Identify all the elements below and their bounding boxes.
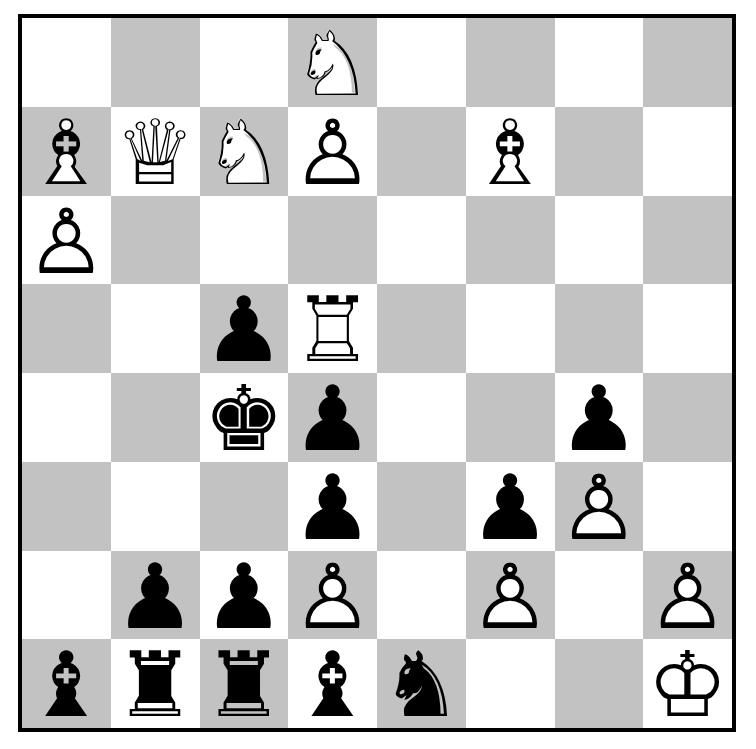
square-b8[interactable] [111, 18, 200, 107]
square-c2[interactable]: ♟ [200, 551, 289, 640]
black-rook-icon: ♜ [204, 640, 285, 730]
square-h2[interactable]: ♟♙ [643, 551, 732, 640]
square-f5[interactable] [466, 284, 555, 373]
white-pawn-icon: ♙ [292, 108, 373, 198]
black-pawn-c2: ♟ [200, 551, 289, 640]
square-h7[interactable] [643, 107, 732, 196]
square-a6[interactable]: ♟♙ [22, 196, 111, 285]
black-bishop-d1: ♝ [288, 639, 377, 728]
white-king-icon: ♔ [647, 640, 728, 730]
black-pawn-icon: ♟ [559, 374, 640, 464]
white-queen-icon: ♕ [115, 108, 196, 198]
white-king-fill: ♚ [647, 640, 728, 730]
white-pawn-icon: ♙ [26, 197, 107, 287]
square-e7[interactable] [377, 107, 466, 196]
square-a4[interactable] [22, 373, 111, 462]
black-bishop-icon: ♝ [292, 640, 373, 730]
black-bishop-a1: ♝ [22, 639, 111, 728]
square-f1[interactable] [466, 639, 555, 728]
white-rook-d5: ♜♖ [288, 284, 377, 373]
white-pawn-fill: ♟ [647, 552, 728, 642]
white-pawn-h2: ♟♙ [643, 551, 732, 640]
square-e3[interactable] [377, 462, 466, 551]
black-pawn-icon: ♟ [204, 285, 285, 375]
square-e8[interactable] [377, 18, 466, 107]
white-pawn-d7: ♟♙ [288, 107, 377, 196]
square-e5[interactable] [377, 284, 466, 373]
white-bishop-icon: ♗ [26, 108, 107, 198]
white-pawn-g3: ♟♙ [555, 462, 644, 551]
white-knight-d8: ♞♘ [288, 18, 377, 107]
square-a3[interactable] [22, 462, 111, 551]
white-pawn-a6: ♟♙ [22, 196, 111, 285]
white-king-h1: ♚♔ [643, 639, 732, 728]
square-d5[interactable]: ♜♖ [288, 284, 377, 373]
square-h4[interactable] [643, 373, 732, 462]
square-d7[interactable]: ♟♙ [288, 107, 377, 196]
white-rook-fill: ♜ [292, 285, 373, 375]
square-g4[interactable]: ♟ [555, 373, 644, 462]
square-g5[interactable] [555, 284, 644, 373]
square-d4[interactable]: ♟ [288, 373, 377, 462]
white-queen-b7: ♛♕ [111, 107, 200, 196]
square-e1[interactable]: ♞ [377, 639, 466, 728]
black-pawn-f3: ♟ [466, 462, 555, 551]
square-c8[interactable] [200, 18, 289, 107]
square-e2[interactable] [377, 551, 466, 640]
black-king-c4: ♚ [200, 373, 289, 462]
white-knight-fill: ♞ [204, 108, 285, 198]
black-pawn-b2: ♟ [111, 551, 200, 640]
black-bishop-icon: ♝ [26, 640, 107, 730]
black-pawn-g4: ♟ [555, 373, 644, 462]
white-pawn-icon: ♙ [470, 552, 551, 642]
square-b3[interactable] [111, 462, 200, 551]
square-g3[interactable]: ♟♙ [555, 462, 644, 551]
square-a7[interactable]: ♝♗ [22, 107, 111, 196]
black-pawn-icon: ♟ [292, 374, 373, 464]
white-bishop-fill: ♝ [470, 108, 551, 198]
square-a2[interactable] [22, 551, 111, 640]
white-knight-c7: ♞♘ [200, 107, 289, 196]
square-g6[interactable] [555, 196, 644, 285]
square-f4[interactable] [466, 373, 555, 462]
square-h3[interactable] [643, 462, 732, 551]
square-f8[interactable] [466, 18, 555, 107]
black-king-icon: ♚ [204, 374, 285, 464]
black-rook-icon: ♜ [115, 640, 196, 730]
black-knight-e1: ♞ [377, 639, 466, 728]
white-pawn-icon: ♙ [292, 552, 373, 642]
white-pawn-icon: ♙ [559, 463, 640, 553]
square-b4[interactable] [111, 373, 200, 462]
square-d6[interactable] [288, 196, 377, 285]
square-d2[interactable]: ♟♙ [288, 551, 377, 640]
square-a1[interactable]: ♝ [22, 639, 111, 728]
white-pawn-fill: ♟ [559, 463, 640, 553]
chess-board: ♞♘♝♗♛♕♞♘♟♙♝♗♟♙♟♜♖♚♟♟♟♟♟♙♟♟♟♙♟♙♟♙♝♜♜♝♞♚♔ [18, 14, 736, 732]
white-pawn-fill: ♟ [26, 197, 107, 287]
square-h8[interactable] [643, 18, 732, 107]
square-c3[interactable] [200, 462, 289, 551]
square-g8[interactable] [555, 18, 644, 107]
black-pawn-c5: ♟ [200, 284, 289, 373]
white-pawn-fill: ♟ [470, 552, 551, 642]
square-c1[interactable]: ♜ [200, 639, 289, 728]
square-b1[interactable]: ♜ [111, 639, 200, 728]
square-c4[interactable]: ♚ [200, 373, 289, 462]
square-d8[interactable]: ♞♘ [288, 18, 377, 107]
black-pawn-icon: ♟ [115, 552, 196, 642]
white-knight-fill: ♞ [292, 19, 373, 109]
white-bishop-icon: ♗ [470, 108, 551, 198]
square-f7[interactable]: ♝♗ [466, 107, 555, 196]
black-rook-c1: ♜ [200, 639, 289, 728]
white-bishop-f7: ♝♗ [466, 107, 555, 196]
white-bishop-a7: ♝♗ [22, 107, 111, 196]
white-pawn-fill: ♟ [292, 108, 373, 198]
white-pawn-fill: ♟ [292, 552, 373, 642]
black-pawn-icon: ♟ [470, 463, 551, 553]
square-b6[interactable] [111, 196, 200, 285]
white-bishop-fill: ♝ [26, 108, 107, 198]
square-e4[interactable] [377, 373, 466, 462]
square-h5[interactable] [643, 284, 732, 373]
white-pawn-d2: ♟♙ [288, 551, 377, 640]
square-h6[interactable] [643, 196, 732, 285]
square-g2[interactable] [555, 551, 644, 640]
square-b5[interactable] [111, 284, 200, 373]
black-pawn-d4: ♟ [288, 373, 377, 462]
white-pawn-f2: ♟♙ [466, 551, 555, 640]
square-d3[interactable]: ♟ [288, 462, 377, 551]
white-queen-fill: ♛ [115, 108, 196, 198]
black-pawn-icon: ♟ [292, 463, 373, 553]
square-c5[interactable]: ♟ [200, 284, 289, 373]
page-background: ♞♘♝♗♛♕♞♘♟♙♝♗♟♙♟♜♖♚♟♟♟♟♟♙♟♟♟♙♟♙♟♙♝♜♜♝♞♚♔ [0, 0, 756, 749]
square-h1[interactable]: ♚♔ [643, 639, 732, 728]
square-g1[interactable] [555, 639, 644, 728]
black-rook-b1: ♜ [111, 639, 200, 728]
white-knight-icon: ♘ [292, 19, 373, 109]
square-a8[interactable] [22, 18, 111, 107]
square-f6[interactable] [466, 196, 555, 285]
square-e6[interactable] [377, 196, 466, 285]
white-knight-icon: ♘ [204, 108, 285, 198]
square-d1[interactable]: ♝ [288, 639, 377, 728]
square-b7[interactable]: ♛♕ [111, 107, 200, 196]
square-c6[interactable] [200, 196, 289, 285]
black-pawn-icon: ♟ [204, 552, 285, 642]
square-b2[interactable]: ♟ [111, 551, 200, 640]
white-pawn-icon: ♙ [647, 552, 728, 642]
square-c7[interactable]: ♞♘ [200, 107, 289, 196]
black-pawn-d3: ♟ [288, 462, 377, 551]
square-f3[interactable]: ♟ [466, 462, 555, 551]
square-g7[interactable] [555, 107, 644, 196]
white-rook-icon: ♖ [292, 285, 373, 375]
square-a5[interactable] [22, 284, 111, 373]
square-f2[interactable]: ♟♙ [466, 551, 555, 640]
black-knight-icon: ♞ [381, 640, 462, 730]
